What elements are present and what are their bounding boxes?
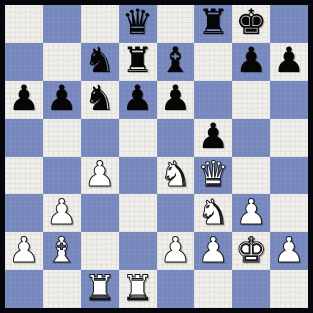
- square-d3[interactable]: [119, 194, 157, 232]
- square-c8[interactable]: [81, 5, 119, 43]
- square-g6[interactable]: [232, 81, 270, 119]
- piece-white-rook[interactable]: ♜: [122, 271, 153, 308]
- piece-black-rook[interactable]: ♜: [198, 5, 229, 42]
- square-f7[interactable]: [194, 43, 232, 81]
- square-b7[interactable]: [43, 43, 81, 81]
- square-c2[interactable]: [81, 232, 119, 270]
- square-g1[interactable]: [232, 270, 270, 308]
- square-f6[interactable]: [194, 81, 232, 119]
- square-c1[interactable]: ♜: [81, 270, 119, 308]
- square-c4[interactable]: ♟: [81, 157, 119, 195]
- square-f5[interactable]: ♟: [194, 119, 232, 157]
- piece-white-knight[interactable]: ♞: [198, 195, 229, 232]
- square-g4[interactable]: [232, 157, 270, 195]
- square-f1[interactable]: [194, 270, 232, 308]
- piece-black-pawn[interactable]: ♟: [46, 81, 77, 118]
- piece-white-queen[interactable]: ♛: [198, 157, 229, 194]
- square-g2[interactable]: ♚: [232, 232, 270, 270]
- piece-white-pawn[interactable]: ♟: [160, 233, 191, 270]
- square-b4[interactable]: [43, 157, 81, 195]
- piece-white-pawn[interactable]: ♟: [235, 195, 266, 232]
- square-g5[interactable]: [232, 119, 270, 157]
- square-e8[interactable]: [157, 5, 195, 43]
- square-b6[interactable]: ♟: [43, 81, 81, 119]
- square-h6[interactable]: [270, 81, 308, 119]
- piece-black-pawn[interactable]: ♟: [160, 81, 191, 118]
- piece-white-pawn[interactable]: ♟: [84, 157, 115, 194]
- square-b8[interactable]: [43, 5, 81, 43]
- piece-black-king[interactable]: ♚: [235, 5, 266, 42]
- piece-black-rook[interactable]: ♜: [122, 43, 153, 80]
- piece-black-queen[interactable]: ♛: [122, 5, 153, 42]
- square-g7[interactable]: ♟: [232, 43, 270, 81]
- piece-black-pawn[interactable]: ♟: [235, 43, 266, 80]
- square-c3[interactable]: [81, 194, 119, 232]
- square-d4[interactable]: [119, 157, 157, 195]
- square-a6[interactable]: ♟: [5, 81, 43, 119]
- square-b1[interactable]: [43, 270, 81, 308]
- piece-white-knight[interactable]: ♞: [160, 157, 191, 194]
- square-e1[interactable]: [157, 270, 195, 308]
- piece-black-pawn[interactable]: ♟: [273, 43, 304, 80]
- square-d2[interactable]: [119, 232, 157, 270]
- square-c5[interactable]: [81, 119, 119, 157]
- piece-white-rook[interactable]: ♜: [84, 271, 115, 308]
- piece-white-pawn[interactable]: ♟: [46, 195, 77, 232]
- piece-black-knight[interactable]: ♞: [84, 81, 115, 118]
- square-c6[interactable]: ♞: [81, 81, 119, 119]
- piece-black-pawn[interactable]: ♟: [8, 81, 39, 118]
- square-e4[interactable]: ♞: [157, 157, 195, 195]
- square-b3[interactable]: ♟: [43, 194, 81, 232]
- square-f8[interactable]: ♜: [194, 5, 232, 43]
- square-f4[interactable]: ♛: [194, 157, 232, 195]
- square-h4[interactable]: [270, 157, 308, 195]
- square-h7[interactable]: ♟: [270, 43, 308, 81]
- square-d6[interactable]: ♟: [119, 81, 157, 119]
- square-e2[interactable]: ♟: [157, 232, 195, 270]
- piece-white-pawn[interactable]: ♟: [198, 233, 229, 270]
- square-e5[interactable]: [157, 119, 195, 157]
- square-a3[interactable]: [5, 194, 43, 232]
- square-e7[interactable]: ♝: [157, 43, 195, 81]
- chess-board: ♛♜♚♞♜♝♟♟♟♟♞♟♟♟♟♞♛♟♞♟♟♝♟♟♚♟♜♜: [5, 5, 308, 308]
- square-d7[interactable]: ♜: [119, 43, 157, 81]
- square-g3[interactable]: ♟: [232, 194, 270, 232]
- square-h1[interactable]: [270, 270, 308, 308]
- piece-white-pawn[interactable]: ♟: [8, 233, 39, 270]
- square-a7[interactable]: [5, 43, 43, 81]
- square-d5[interactable]: [119, 119, 157, 157]
- square-g8[interactable]: ♚: [232, 5, 270, 43]
- square-d1[interactable]: ♜: [119, 270, 157, 308]
- square-d8[interactable]: ♛: [119, 5, 157, 43]
- piece-black-pawn[interactable]: ♟: [122, 81, 153, 118]
- piece-black-bishop[interactable]: ♝: [160, 43, 191, 80]
- square-a5[interactable]: [5, 119, 43, 157]
- square-c7[interactable]: ♞: [81, 43, 119, 81]
- square-h2[interactable]: ♟: [270, 232, 308, 270]
- piece-black-pawn[interactable]: ♟: [198, 119, 229, 156]
- piece-white-pawn[interactable]: ♟: [273, 233, 304, 270]
- square-f3[interactable]: ♞: [194, 194, 232, 232]
- square-b2[interactable]: ♝: [43, 232, 81, 270]
- square-e3[interactable]: [157, 194, 195, 232]
- piece-white-king[interactable]: ♚: [235, 233, 266, 270]
- square-b5[interactable]: [43, 119, 81, 157]
- square-h5[interactable]: [270, 119, 308, 157]
- square-e6[interactable]: ♟: [157, 81, 195, 119]
- square-a4[interactable]: [5, 157, 43, 195]
- square-a8[interactable]: [5, 5, 43, 43]
- chess-board-frame: ♛♜♚♞♜♝♟♟♟♟♞♟♟♟♟♞♛♟♞♟♟♝♟♟♚♟♜♜: [0, 0, 313, 313]
- square-h3[interactable]: [270, 194, 308, 232]
- square-a1[interactable]: [5, 270, 43, 308]
- square-a2[interactable]: ♟: [5, 232, 43, 270]
- piece-white-bishop[interactable]: ♝: [46, 233, 77, 270]
- square-f2[interactable]: ♟: [194, 232, 232, 270]
- piece-black-knight[interactable]: ♞: [84, 43, 115, 80]
- square-h8[interactable]: [270, 5, 308, 43]
